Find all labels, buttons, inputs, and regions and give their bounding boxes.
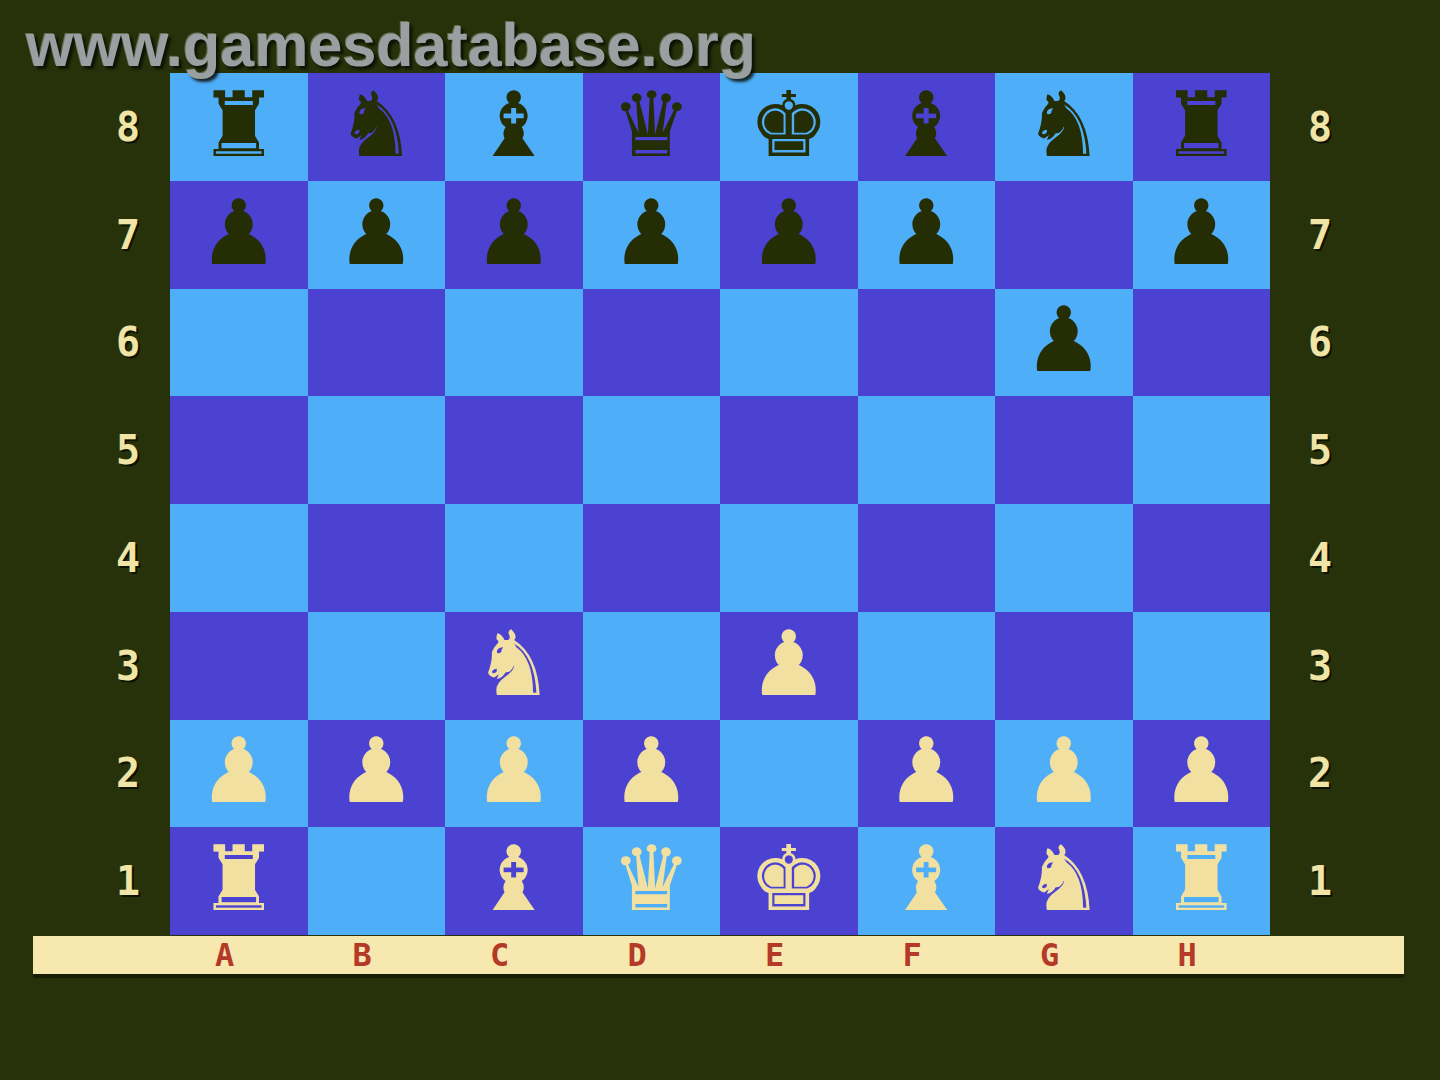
- square-f5[interactable]: [858, 396, 996, 504]
- rank-label-4: 4: [1284, 504, 1356, 612]
- square-g4[interactable]: [995, 504, 1133, 612]
- file-label-a: A: [156, 936, 294, 974]
- square-c7[interactable]: ♟: [445, 181, 583, 289]
- file-label-b: B: [294, 936, 432, 974]
- rank-label-4: 4: [92, 504, 164, 612]
- file-labels: ABCDEFGH: [170, 936, 1270, 974]
- square-a2[interactable]: ♟: [170, 720, 308, 828]
- piece-black-pawn[interactable]: ♟: [1023, 295, 1104, 385]
- piece-black-pawn[interactable]: ♟: [336, 188, 417, 278]
- square-e1[interactable]: ♚: [720, 827, 858, 935]
- square-g3[interactable]: [995, 612, 1133, 720]
- square-h1[interactable]: ♜: [1133, 827, 1271, 935]
- square-g8[interactable]: ♞: [995, 73, 1133, 181]
- rank-label-2: 2: [1284, 720, 1356, 828]
- square-c4[interactable]: [445, 504, 583, 612]
- piece-black-rook[interactable]: ♜: [198, 80, 279, 170]
- piece-black-king[interactable]: ♚: [748, 80, 829, 170]
- square-c2[interactable]: ♟: [445, 720, 583, 828]
- square-h6[interactable]: [1133, 289, 1271, 397]
- file-label-c: C: [431, 936, 569, 974]
- file-label-f: F: [844, 936, 982, 974]
- square-d8[interactable]: ♛: [583, 73, 721, 181]
- file-label-h: H: [1119, 936, 1257, 974]
- watermark: www.gamesdatabase.org: [26, 10, 756, 80]
- square-h8[interactable]: ♜: [1133, 73, 1271, 181]
- square-h3[interactable]: [1133, 612, 1271, 720]
- piece-black-knight[interactable]: ♞: [336, 80, 417, 170]
- square-h4[interactable]: [1133, 504, 1271, 612]
- square-e5[interactable]: [720, 396, 858, 504]
- square-f3[interactable]: [858, 612, 996, 720]
- rank-label-8: 8: [1284, 73, 1356, 181]
- file-bar: ABCDEFGH: [33, 936, 1404, 974]
- square-h7[interactable]: ♟: [1133, 181, 1271, 289]
- square-e7[interactable]: ♟: [720, 181, 858, 289]
- piece-black-pawn[interactable]: ♟: [886, 188, 967, 278]
- piece-black-pawn[interactable]: ♟: [198, 188, 279, 278]
- piece-white-rook[interactable]: ♜: [1161, 834, 1242, 924]
- rank-label-6: 6: [1284, 289, 1356, 397]
- piece-white-pawn[interactable]: ♟: [748, 619, 829, 709]
- rank-label-5: 5: [92, 396, 164, 504]
- piece-black-rook[interactable]: ♜: [1161, 80, 1242, 170]
- square-h5[interactable]: [1133, 396, 1271, 504]
- piece-black-pawn[interactable]: ♟: [611, 188, 692, 278]
- square-d1[interactable]: ♛: [583, 827, 721, 935]
- square-g1[interactable]: ♞: [995, 827, 1133, 935]
- piece-white-pawn[interactable]: ♟: [198, 726, 279, 816]
- rank-label-5: 5: [1284, 396, 1356, 504]
- piece-black-pawn[interactable]: ♟: [1161, 188, 1242, 278]
- square-b8[interactable]: ♞: [308, 73, 446, 181]
- piece-black-knight[interactable]: ♞: [1023, 80, 1104, 170]
- square-a3[interactable]: [170, 612, 308, 720]
- square-g2[interactable]: ♟: [995, 720, 1133, 828]
- piece-white-pawn[interactable]: ♟: [1023, 726, 1104, 816]
- square-f4[interactable]: [858, 504, 996, 612]
- file-label-e: E: [706, 936, 844, 974]
- square-f7[interactable]: ♟: [858, 181, 996, 289]
- piece-white-pawn[interactable]: ♟: [473, 726, 554, 816]
- rank-label-1: 1: [92, 827, 164, 935]
- square-e3[interactable]: ♟: [720, 612, 858, 720]
- square-d3[interactable]: [583, 612, 721, 720]
- file-label-d: D: [569, 936, 707, 974]
- square-a6[interactable]: [170, 289, 308, 397]
- square-c1[interactable]: ♝: [445, 827, 583, 935]
- piece-black-pawn[interactable]: ♟: [748, 188, 829, 278]
- square-a1[interactable]: ♜: [170, 827, 308, 935]
- piece-white-queen[interactable]: ♛: [611, 834, 692, 924]
- square-d6[interactable]: [583, 289, 721, 397]
- square-f1[interactable]: ♝: [858, 827, 996, 935]
- piece-white-pawn[interactable]: ♟: [1161, 726, 1242, 816]
- square-e4[interactable]: [720, 504, 858, 612]
- square-e8[interactable]: ♚: [720, 73, 858, 181]
- file-label-g: G: [981, 936, 1119, 974]
- square-c5[interactable]: [445, 396, 583, 504]
- square-d2[interactable]: ♟: [583, 720, 721, 828]
- piece-white-bishop[interactable]: ♝: [886, 834, 967, 924]
- square-a5[interactable]: [170, 396, 308, 504]
- square-a8[interactable]: ♜: [170, 73, 308, 181]
- square-e6[interactable]: [720, 289, 858, 397]
- square-d4[interactable]: [583, 504, 721, 612]
- square-b3[interactable]: [308, 612, 446, 720]
- rank-label-7: 7: [92, 181, 164, 289]
- square-g6[interactable]: ♟: [995, 289, 1133, 397]
- piece-black-bishop[interactable]: ♝: [473, 80, 554, 170]
- piece-black-queen[interactable]: ♛: [611, 80, 692, 170]
- square-d5[interactable]: [583, 396, 721, 504]
- square-g7[interactable]: [995, 181, 1133, 289]
- piece-white-knight[interactable]: ♞: [1023, 834, 1104, 924]
- piece-white-rook[interactable]: ♜: [198, 834, 279, 924]
- piece-black-pawn[interactable]: ♟: [473, 188, 554, 278]
- square-e2[interactable]: [720, 720, 858, 828]
- rank-label-7: 7: [1284, 181, 1356, 289]
- piece-white-king[interactable]: ♚: [748, 834, 829, 924]
- square-b6[interactable]: [308, 289, 446, 397]
- square-f2[interactable]: ♟: [858, 720, 996, 828]
- square-b5[interactable]: [308, 396, 446, 504]
- rank-label-1: 1: [1284, 827, 1356, 935]
- piece-white-bishop[interactable]: ♝: [473, 834, 554, 924]
- rank-labels-right: 87654321: [1284, 73, 1356, 935]
- square-b4[interactable]: [308, 504, 446, 612]
- square-c8[interactable]: ♝: [445, 73, 583, 181]
- square-d7[interactable]: ♟: [583, 181, 721, 289]
- rank-label-6: 6: [92, 289, 164, 397]
- square-c3[interactable]: ♞: [445, 612, 583, 720]
- square-b2[interactable]: ♟: [308, 720, 446, 828]
- piece-white-pawn[interactable]: ♟: [886, 726, 967, 816]
- rank-label-8: 8: [92, 73, 164, 181]
- square-a7[interactable]: ♟: [170, 181, 308, 289]
- square-g5[interactable]: [995, 396, 1133, 504]
- square-a4[interactable]: [170, 504, 308, 612]
- rank-label-2: 2: [92, 720, 164, 828]
- square-h2[interactable]: ♟: [1133, 720, 1271, 828]
- square-f8[interactable]: ♝: [858, 73, 996, 181]
- chess-board: ♜♞♝♛♚♝♞♜♟♟♟♟♟♟♟♟♞♟♟♟♟♟♟♟♟♜♝♛♚♝♞♜: [170, 73, 1270, 935]
- piece-white-pawn[interactable]: ♟: [611, 726, 692, 816]
- square-c6[interactable]: [445, 289, 583, 397]
- square-f6[interactable]: [858, 289, 996, 397]
- piece-white-knight[interactable]: ♞: [473, 619, 554, 709]
- piece-black-bishop[interactable]: ♝: [886, 80, 967, 170]
- square-b7[interactable]: ♟: [308, 181, 446, 289]
- square-b1[interactable]: [308, 827, 446, 935]
- rank-label-3: 3: [92, 612, 164, 720]
- rank-labels-left: 87654321: [92, 73, 164, 935]
- rank-label-3: 3: [1284, 612, 1356, 720]
- piece-white-pawn[interactable]: ♟: [336, 726, 417, 816]
